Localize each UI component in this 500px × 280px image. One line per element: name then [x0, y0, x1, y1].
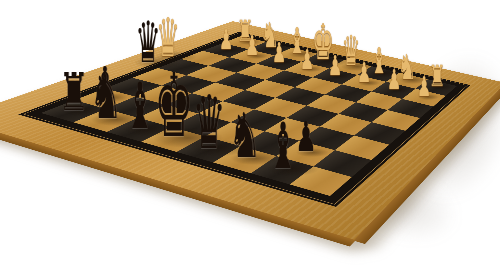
product-photo-stage: ♝♞♛♚♝♞♜♟♟♟♟♟♟♟♟♟♟♜♞♝♛♚♝♞♜♛♛ — [0, 0, 500, 280]
